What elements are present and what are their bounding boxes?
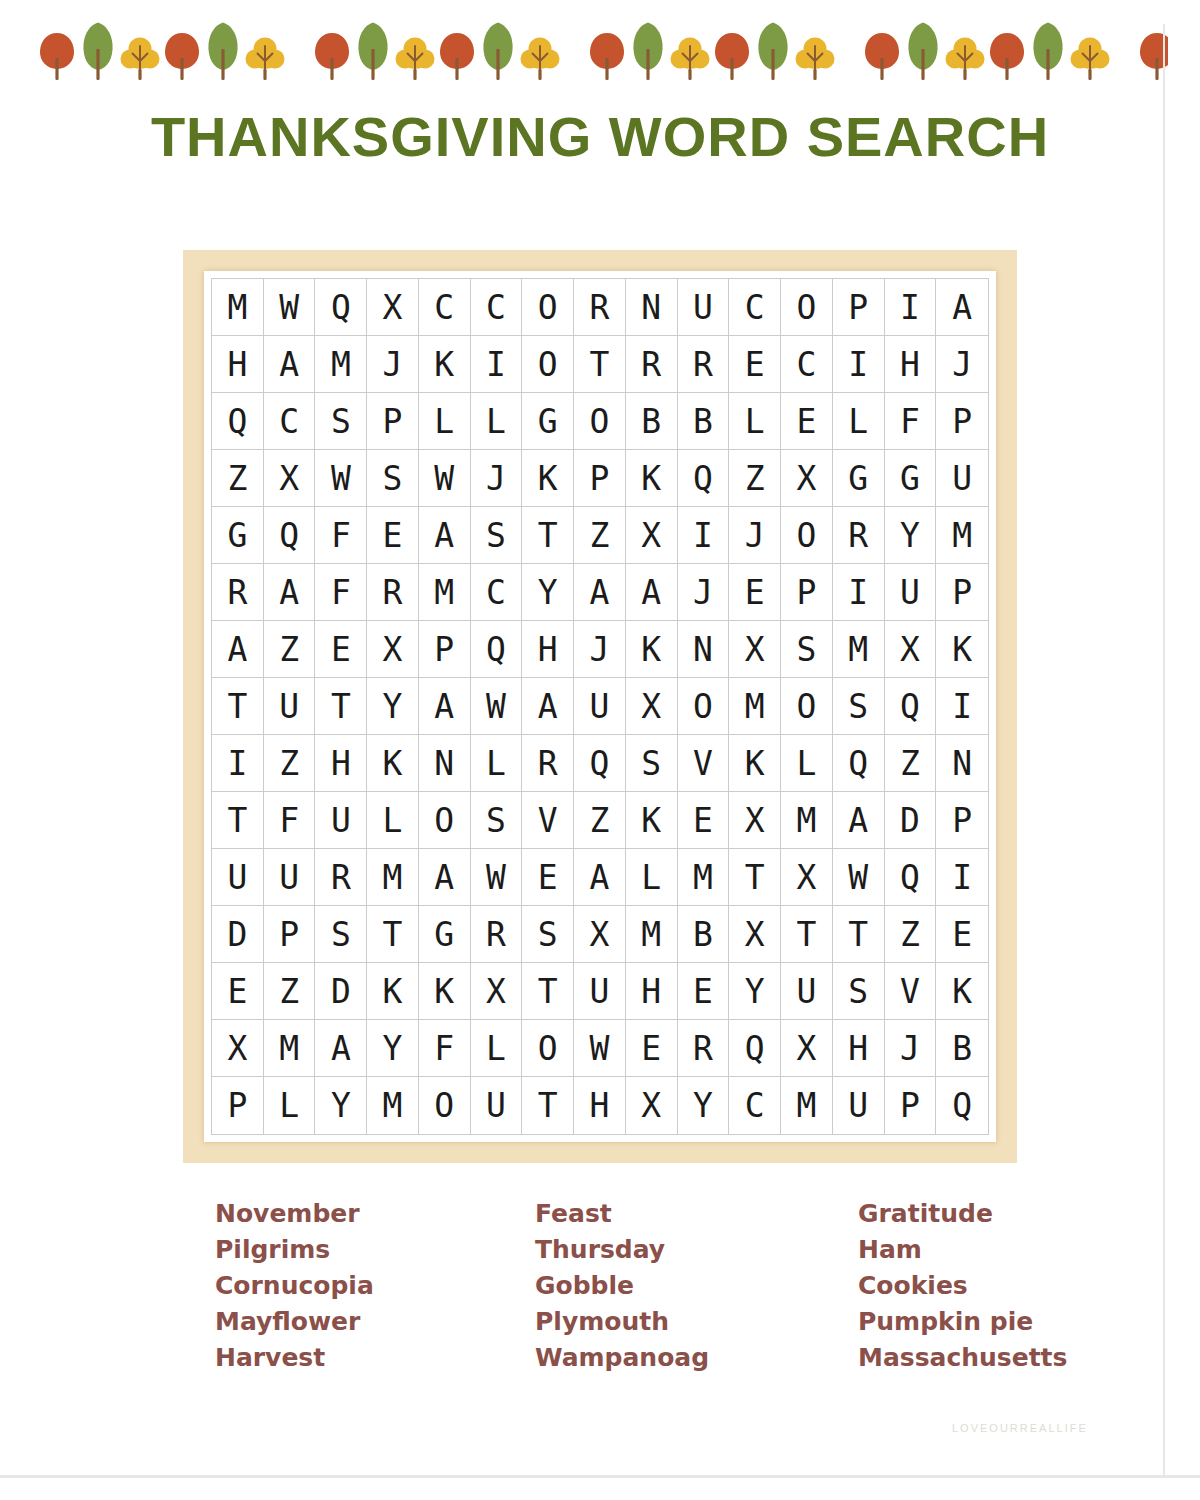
yellow-tree-icon [120, 36, 160, 80]
word-item: Massachusetts [858, 1340, 1067, 1376]
watermark-text: LOVEOURREALLIFE [952, 1422, 1088, 1434]
grid-cell-r2c2: A [264, 336, 316, 393]
grid-cell-r7c4: X [367, 621, 419, 678]
grid-cell-r1c6: C [471, 279, 523, 336]
word-item: Pilgrims [215, 1232, 374, 1268]
red-tree-icon [863, 32, 901, 80]
grid-cell-r15c15: Q [936, 1077, 988, 1134]
yellow-tree-icon [945, 36, 985, 80]
word-item: Plymouth [535, 1304, 709, 1340]
grid-cell-r10c13: A [833, 792, 885, 849]
green-tree-icon [479, 22, 517, 80]
yellow-tree-icon [670, 36, 710, 80]
grid-cell-r3c12: E [781, 393, 833, 450]
grid-cell-r5c14: Y [885, 507, 937, 564]
red-tree-icon [988, 32, 1026, 80]
grid-wrap: MWQXCCORNUCOPIAHAMJKIOTRRECIHJQCSPLLGOBB… [204, 271, 996, 1142]
grid-cell-r9c9: S [626, 735, 678, 792]
grid-cell-r9c2: Z [264, 735, 316, 792]
grid-cell-r11c1: U [212, 849, 264, 906]
grid-cell-r5c4: E [367, 507, 419, 564]
grid-cell-r12c3: S [315, 906, 367, 963]
grid-cell-r5c3: F [315, 507, 367, 564]
grid-cell-r8c7: A [522, 678, 574, 735]
tree-border [38, 16, 1168, 80]
grid-cell-r8c2: U [264, 678, 316, 735]
grid-cell-r2c9: R [626, 336, 678, 393]
grid-cell-r4c12: X [781, 450, 833, 507]
grid-cell-r13c12: U [781, 963, 833, 1020]
grid-cell-r4c3: W [315, 450, 367, 507]
grid-cell-r10c15: P [936, 792, 988, 849]
grid-cell-r5c6: S [471, 507, 523, 564]
grid-cell-r3c15: P [936, 393, 988, 450]
grid-cell-r6c15: P [936, 564, 988, 621]
grid-cell-r5c7: T [522, 507, 574, 564]
grid-cell-r4c15: U [936, 450, 988, 507]
grid-cell-r10c4: L [367, 792, 419, 849]
grid-cell-r7c8: J [574, 621, 626, 678]
grid-cell-r13c15: K [936, 963, 988, 1020]
grid-cell-r1c4: X [367, 279, 419, 336]
grid-cell-r15c4: M [367, 1077, 419, 1134]
grid-cell-r7c11: X [729, 621, 781, 678]
grid-cell-r10c7: V [522, 792, 574, 849]
grid-cell-r12c9: M [626, 906, 678, 963]
grid-cell-r4c6: J [471, 450, 523, 507]
grid-cell-r12c14: Z [885, 906, 937, 963]
grid-cell-r9c5: N [419, 735, 471, 792]
grid-cell-r13c1: E [212, 963, 264, 1020]
grid-cell-r3c1: Q [212, 393, 264, 450]
grid-cell-r1c5: C [419, 279, 471, 336]
grid-cell-r13c5: K [419, 963, 471, 1020]
grid-cell-r8c1: T [212, 678, 264, 735]
grid-cell-r2c8: T [574, 336, 626, 393]
grid-cell-r15c10: Y [678, 1077, 730, 1134]
yellow-tree-icon [795, 36, 835, 80]
grid-cell-r13c7: T [522, 963, 574, 1020]
grid-cell-r8c12: O [781, 678, 833, 735]
word-item: Cookies [858, 1268, 1067, 1304]
green-tree-icon [1029, 22, 1067, 80]
grid-cell-r15c9: X [626, 1077, 678, 1134]
grid-cell-r2c12: C [781, 336, 833, 393]
grid-cell-r14c2: M [264, 1020, 316, 1077]
grid-cell-r9c14: Z [885, 735, 937, 792]
grid-cell-r15c5: O [419, 1077, 471, 1134]
grid-cell-r7c15: K [936, 621, 988, 678]
grid-cell-r15c8: H [574, 1077, 626, 1134]
grid-cell-r5c12: O [781, 507, 833, 564]
grid-cell-r15c2: L [264, 1077, 316, 1134]
grid-cell-r11c15: I [936, 849, 988, 906]
grid-cell-r12c15: E [936, 906, 988, 963]
grid-cell-r8c9: X [626, 678, 678, 735]
grid-cell-r12c10: B [678, 906, 730, 963]
grid-cell-r1c8: R [574, 279, 626, 336]
grid-cell-r2c6: I [471, 336, 523, 393]
grid-cell-r8c11: M [729, 678, 781, 735]
grid-cell-r4c13: G [833, 450, 885, 507]
tree-group [38, 22, 285, 80]
grid-cell-r10c2: F [264, 792, 316, 849]
grid-cell-r8c5: A [419, 678, 471, 735]
tree-group [863, 22, 1110, 80]
grid-cell-r14c11: Q [729, 1020, 781, 1077]
grid-cell-r9c15: N [936, 735, 988, 792]
grid-cell-r4c14: G [885, 450, 937, 507]
red-tree-icon [313, 32, 351, 80]
grid-cell-r8c3: T [315, 678, 367, 735]
grid-cell-r1c11: C [729, 279, 781, 336]
green-tree-icon [354, 22, 392, 80]
grid-cell-r13c3: D [315, 963, 367, 1020]
grid-cell-r3c14: F [885, 393, 937, 450]
grid-cell-r10c14: D [885, 792, 937, 849]
word-column-3: GratitudeHamCookiesPumpkin pieMassachuse… [858, 1196, 1067, 1376]
grid-cell-r7c12: S [781, 621, 833, 678]
grid-cell-r9c10: V [678, 735, 730, 792]
grid-cell-r8c15: I [936, 678, 988, 735]
puzzle-frame: MWQXCCORNUCOPIAHAMJKIOTRRECIHJQCSPLLGOBB… [183, 250, 1017, 1163]
grid-cell-r7c3: E [315, 621, 367, 678]
grid-cell-r9c6: L [471, 735, 523, 792]
word-column-2: FeastThursdayGobblePlymouthWampanoag [535, 1196, 709, 1376]
grid-cell-r13c11: Y [729, 963, 781, 1020]
word-item: Harvest [215, 1340, 374, 1376]
grid-cell-r5c8: Z [574, 507, 626, 564]
grid-cell-r8c10: O [678, 678, 730, 735]
grid-cell-r5c15: M [936, 507, 988, 564]
grid-cell-r6c5: M [419, 564, 471, 621]
grid-cell-r1c7: O [522, 279, 574, 336]
grid-cell-r12c2: P [264, 906, 316, 963]
grid-cell-r2c5: K [419, 336, 471, 393]
grid-cell-r15c1: P [212, 1077, 264, 1134]
grid-cell-r1c14: I [885, 279, 937, 336]
grid-cell-r4c4: S [367, 450, 419, 507]
grid-cell-r1c10: U [678, 279, 730, 336]
word-item: November [215, 1196, 374, 1232]
page-edge-right [1163, 24, 1165, 1476]
grid-cell-r8c4: Y [367, 678, 419, 735]
grid-cell-r12c1: D [212, 906, 264, 963]
grid-cell-r15c14: P [885, 1077, 937, 1134]
grid-cell-r14c13: H [833, 1020, 885, 1077]
grid-cell-r6c11: E [729, 564, 781, 621]
grid-cell-r10c8: Z [574, 792, 626, 849]
grid-cell-r11c5: A [419, 849, 471, 906]
grid-cell-r6c10: J [678, 564, 730, 621]
grid-cell-r9c1: I [212, 735, 264, 792]
word-item: Pumpkin pie [858, 1304, 1067, 1340]
grid-cell-r10c10: E [678, 792, 730, 849]
grid-cell-r9c12: L [781, 735, 833, 792]
grid-cell-r5c11: J [729, 507, 781, 564]
red-tree-icon [713, 32, 751, 80]
word-item: Thursday [535, 1232, 709, 1268]
grid-cell-r9c3: H [315, 735, 367, 792]
grid-cell-r7c1: A [212, 621, 264, 678]
grid-cell-r7c7: H [522, 621, 574, 678]
grid-cell-r14c8: W [574, 1020, 626, 1077]
grid-cell-r14c7: O [522, 1020, 574, 1077]
grid-cell-r3c4: P [367, 393, 419, 450]
grid-cell-r12c7: S [522, 906, 574, 963]
grid-cell-r14c1: X [212, 1020, 264, 1077]
grid-cell-r11c11: T [729, 849, 781, 906]
red-tree-icon [438, 32, 476, 80]
grid-cell-r9c4: K [367, 735, 419, 792]
green-tree-icon [629, 22, 667, 80]
grid-cell-r5c5: A [419, 507, 471, 564]
grid-cell-r2c4: J [367, 336, 419, 393]
grid-cell-r10c11: X [729, 792, 781, 849]
grid-cell-r14c14: J [885, 1020, 937, 1077]
grid-cell-r6c3: F [315, 564, 367, 621]
grid-cell-r15c3: Y [315, 1077, 367, 1134]
grid-cell-r11c13: W [833, 849, 885, 906]
grid-cell-r13c2: Z [264, 963, 316, 1020]
grid-cell-r1c9: N [626, 279, 678, 336]
word-item: Feast [535, 1196, 709, 1232]
grid-cell-r15c11: C [729, 1077, 781, 1134]
grid-cell-r4c7: K [522, 450, 574, 507]
grid-cell-r10c3: U [315, 792, 367, 849]
grid-cell-r8c6: W [471, 678, 523, 735]
grid-cell-r2c15: J [936, 336, 988, 393]
grid-cell-r4c5: W [419, 450, 471, 507]
grid-cell-r11c3: R [315, 849, 367, 906]
grid-cell-r3c9: B [626, 393, 678, 450]
grid-cell-r11c12: X [781, 849, 833, 906]
grid-cell-r3c8: O [574, 393, 626, 450]
grid-cell-r2c7: O [522, 336, 574, 393]
word-grid: MWQXCCORNUCOPIAHAMJKIOTRRECIHJQCSPLLGOBB… [211, 278, 989, 1135]
grid-cell-r14c10: R [678, 1020, 730, 1077]
word-column-1: NovemberPilgrimsCornucopiaMayflowerHarve… [215, 1196, 374, 1376]
grid-cell-r11c2: U [264, 849, 316, 906]
word-item: Gobble [535, 1268, 709, 1304]
word-item: Cornucopia [215, 1268, 374, 1304]
grid-cell-r7c6: Q [471, 621, 523, 678]
page-title: THANKSGIVING WORD SEARCH [0, 104, 1200, 169]
tree-group [313, 22, 560, 80]
grid-cell-r5c13: R [833, 507, 885, 564]
grid-cell-r12c11: X [729, 906, 781, 963]
grid-cell-r9c8: Q [574, 735, 626, 792]
grid-cell-r7c9: K [626, 621, 678, 678]
grid-cell-r6c9: A [626, 564, 678, 621]
page-edge-bottom [0, 1475, 1200, 1478]
grid-cell-r13c13: S [833, 963, 885, 1020]
grid-cell-r7c14: X [885, 621, 937, 678]
grid-cell-r8c13: S [833, 678, 885, 735]
grid-cell-r7c13: M [833, 621, 885, 678]
grid-cell-r10c9: K [626, 792, 678, 849]
grid-cell-r11c4: M [367, 849, 419, 906]
green-tree-icon [754, 22, 792, 80]
grid-cell-r7c5: P [419, 621, 471, 678]
grid-cell-r9c7: R [522, 735, 574, 792]
green-tree-icon [204, 22, 242, 80]
worksheet-page: THANKSGIVING WORD SEARCH MWQXCCORNUCOPIA… [0, 0, 1200, 1500]
grid-cell-r13c9: H [626, 963, 678, 1020]
grid-cell-r11c7: E [522, 849, 574, 906]
yellow-tree-icon [395, 36, 435, 80]
grid-cell-r6c7: Y [522, 564, 574, 621]
grid-cell-r4c10: Q [678, 450, 730, 507]
grid-cell-r2c14: H [885, 336, 937, 393]
grid-cell-r11c10: M [678, 849, 730, 906]
grid-cell-r10c5: O [419, 792, 471, 849]
grid-cell-r15c7: T [522, 1077, 574, 1134]
grid-cell-r1c12: O [781, 279, 833, 336]
grid-cell-r13c10: E [678, 963, 730, 1020]
grid-cell-r4c2: X [264, 450, 316, 507]
grid-cell-r14c5: F [419, 1020, 471, 1077]
grid-cell-r6c8: A [574, 564, 626, 621]
red-tree-icon [38, 32, 76, 80]
grid-cell-r15c6: U [471, 1077, 523, 1134]
grid-cell-r5c9: X [626, 507, 678, 564]
green-tree-icon [904, 22, 942, 80]
grid-cell-r9c13: Q [833, 735, 885, 792]
grid-cell-r14c15: B [936, 1020, 988, 1077]
grid-cell-r1c2: W [264, 279, 316, 336]
grid-cell-r3c2: C [264, 393, 316, 450]
yellow-tree-icon [520, 36, 560, 80]
grid-cell-r5c1: G [212, 507, 264, 564]
grid-cell-r6c12: P [781, 564, 833, 621]
grid-cell-r3c11: L [729, 393, 781, 450]
grid-cell-r2c11: E [729, 336, 781, 393]
grid-cell-r15c12: M [781, 1077, 833, 1134]
grid-cell-r11c6: W [471, 849, 523, 906]
grid-cell-r12c13: T [833, 906, 885, 963]
grid-cell-r3c7: G [522, 393, 574, 450]
grid-cell-r4c8: P [574, 450, 626, 507]
grid-cell-r3c13: L [833, 393, 885, 450]
yellow-tree-icon [245, 36, 285, 80]
grid-cell-r8c14: Q [885, 678, 937, 735]
word-item: Wampanoag [535, 1340, 709, 1376]
grid-cell-r11c14: Q [885, 849, 937, 906]
grid-cell-r4c11: Z [729, 450, 781, 507]
grid-cell-r2c10: R [678, 336, 730, 393]
grid-cell-r3c10: B [678, 393, 730, 450]
grid-cell-r14c3: A [315, 1020, 367, 1077]
word-item: Gratitude [858, 1196, 1067, 1232]
grid-cell-r6c2: A [264, 564, 316, 621]
grid-cell-r5c10: I [678, 507, 730, 564]
grid-cell-r14c6: L [471, 1020, 523, 1077]
grid-cell-r10c1: T [212, 792, 264, 849]
grid-cell-r4c1: Z [212, 450, 264, 507]
grid-cell-r12c12: T [781, 906, 833, 963]
grid-cell-r12c8: X [574, 906, 626, 963]
grid-cell-r14c9: E [626, 1020, 678, 1077]
grid-cell-r7c10: N [678, 621, 730, 678]
grid-cell-r13c14: V [885, 963, 937, 1020]
word-item: Mayflower [215, 1304, 374, 1340]
word-item: Ham [858, 1232, 1067, 1268]
grid-cell-r14c4: Y [367, 1020, 419, 1077]
green-tree-icon [79, 22, 117, 80]
grid-cell-r6c14: U [885, 564, 937, 621]
grid-cell-r13c6: X [471, 963, 523, 1020]
grid-cell-r2c1: H [212, 336, 264, 393]
grid-cell-r3c6: L [471, 393, 523, 450]
grid-cell-r14c12: X [781, 1020, 833, 1077]
grid-cell-r6c4: R [367, 564, 419, 621]
grid-cell-r1c13: P [833, 279, 885, 336]
grid-cell-r12c4: T [367, 906, 419, 963]
grid-cell-r8c8: U [574, 678, 626, 735]
grid-cell-r11c8: A [574, 849, 626, 906]
red-tree-icon [163, 32, 201, 80]
grid-cell-r9c11: K [729, 735, 781, 792]
grid-cell-r1c15: A [936, 279, 988, 336]
grid-cell-r6c1: R [212, 564, 264, 621]
grid-cell-r4c9: K [626, 450, 678, 507]
grid-cell-r13c8: U [574, 963, 626, 1020]
grid-cell-r12c6: R [471, 906, 523, 963]
grid-cell-r3c3: S [315, 393, 367, 450]
grid-cell-r11c9: L [626, 849, 678, 906]
grid-cell-r10c12: M [781, 792, 833, 849]
grid-cell-r6c13: I [833, 564, 885, 621]
word-list: NovemberPilgrimsCornucopiaMayflowerHarve… [0, 1196, 1200, 1386]
grid-cell-r2c13: I [833, 336, 885, 393]
grid-cell-r2c3: M [315, 336, 367, 393]
red-tree-icon [588, 32, 626, 80]
grid-cell-r6c6: C [471, 564, 523, 621]
yellow-tree-icon [1070, 36, 1110, 80]
grid-cell-r3c5: L [419, 393, 471, 450]
grid-cell-r10c6: S [471, 792, 523, 849]
grid-cell-r13c4: K [367, 963, 419, 1020]
grid-cell-r7c2: Z [264, 621, 316, 678]
grid-cell-r1c1: M [212, 279, 264, 336]
grid-cell-r15c13: U [833, 1077, 885, 1134]
grid-cell-r5c2: Q [264, 507, 316, 564]
grid-cell-r12c5: G [419, 906, 471, 963]
grid-cell-r1c3: Q [315, 279, 367, 336]
tree-group [588, 22, 835, 80]
